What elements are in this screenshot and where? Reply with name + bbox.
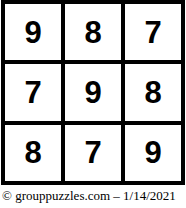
cell-r2c2: 9 — [65, 64, 121, 120]
cell-r2c3: 8 — [125, 64, 181, 120]
puzzle-board: 9 8 7 7 9 8 8 7 9 — [1, 0, 185, 185]
cell-r3c3: 9 — [125, 125, 181, 181]
cell-r1c3: 7 — [125, 4, 181, 60]
cell-r2c1: 7 — [5, 64, 61, 120]
cell-r1c2: 8 — [65, 4, 121, 60]
puzzle-image: 9 8 7 7 9 8 8 7 9 © grouppuzzles.com – 1… — [0, 0, 186, 208]
cell-r3c2: 7 — [65, 125, 121, 181]
cell-r3c1: 8 — [5, 125, 61, 181]
cell-r1c1: 9 — [5, 4, 61, 60]
copyright-credit: © grouppuzzles.com – 1/14/2021 — [2, 189, 184, 203]
